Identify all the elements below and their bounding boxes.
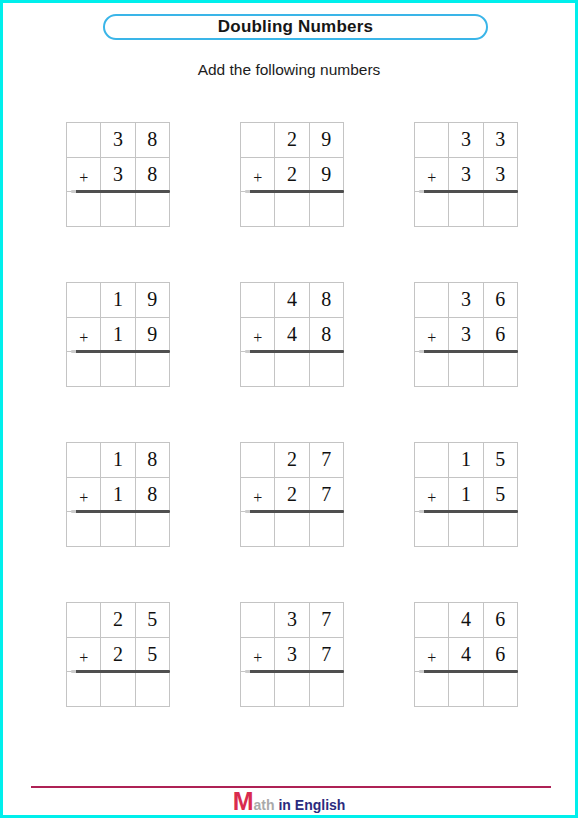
addend2-ones-cell: 3 [484, 158, 518, 193]
empty-cell [67, 123, 101, 158]
addend2-tens-cell: 1 [101, 478, 135, 513]
problems-grid: 3 8 + 3 8 2 9 + 2 9 3 3 + 3 3 1 9 + [66, 122, 518, 708]
answer-ones-cell [310, 352, 344, 387]
addition-line [71, 190, 170, 193]
addition-problem: 3 6 + 3 6 [414, 282, 518, 387]
addend1-ones-cell: 8 [136, 123, 170, 158]
addend1-tens-cell: 3 [449, 123, 483, 158]
addend2-tens-cell: 3 [449, 158, 483, 193]
worksheet-page: { "game": "doubling-numbers-addition-wor… [0, 0, 578, 818]
addition-problem: 3 8 + 3 8 [66, 122, 170, 227]
addition-problem: 4 8 + 4 8 [240, 282, 344, 387]
empty-cell [415, 443, 449, 478]
answer-hundreds-cell [415, 672, 449, 707]
answer-ones-cell [136, 672, 170, 707]
addend1-tens-cell: 3 [275, 603, 309, 638]
plus-sign: + [415, 318, 449, 353]
plus-sign: + [415, 478, 449, 513]
answer-hundreds-cell [67, 352, 101, 387]
addend2-tens-cell: 1 [101, 318, 135, 353]
addition-line [71, 670, 170, 673]
answer-hundreds-cell [415, 352, 449, 387]
addend1-tens-cell: 4 [275, 283, 309, 318]
addend1-ones-cell: 9 [136, 283, 170, 318]
answer-hundreds-cell [241, 352, 275, 387]
addend1-tens-cell: 1 [101, 443, 135, 478]
addition-problem: 3 3 + 3 3 [414, 122, 518, 227]
addend2-tens-cell: 4 [275, 318, 309, 353]
addition-line [245, 190, 344, 193]
addition-line [71, 510, 170, 513]
empty-cell [67, 443, 101, 478]
addend1-tens-cell: 1 [101, 283, 135, 318]
addend2-tens-cell: 3 [275, 638, 309, 673]
addend2-tens-cell: 1 [449, 478, 483, 513]
answer-tens-cell [449, 192, 483, 227]
addition-line [245, 510, 344, 513]
logo-letter-m: M [233, 787, 254, 816]
answer-tens-cell [449, 512, 483, 547]
addend1-ones-cell: 3 [484, 123, 518, 158]
addition-problem: 2 7 + 2 7 [240, 442, 344, 547]
addend1-ones-cell: 5 [484, 443, 518, 478]
addend2-ones-cell: 7 [310, 638, 344, 673]
addend1-ones-cell: 6 [484, 603, 518, 638]
plus-sign: + [241, 478, 275, 513]
answer-hundreds-cell [415, 192, 449, 227]
answer-ones-cell [484, 352, 518, 387]
addend1-tens-cell: 2 [275, 123, 309, 158]
empty-cell [67, 283, 101, 318]
addition-problem: 1 9 + 1 9 [66, 282, 170, 387]
plus-sign: + [67, 318, 101, 353]
answer-tens-cell [275, 352, 309, 387]
empty-cell [67, 603, 101, 638]
addend1-tens-cell: 1 [449, 443, 483, 478]
addend1-ones-cell: 8 [310, 283, 344, 318]
answer-hundreds-cell [415, 512, 449, 547]
addend2-ones-cell: 8 [310, 318, 344, 353]
addend1-ones-cell: 7 [310, 603, 344, 638]
addend1-tens-cell: 2 [101, 603, 135, 638]
addition-line [245, 670, 344, 673]
addend2-ones-cell: 8 [136, 158, 170, 193]
addend1-ones-cell: 9 [310, 123, 344, 158]
plus-sign: + [67, 478, 101, 513]
answer-ones-cell [136, 352, 170, 387]
answer-tens-cell [101, 192, 135, 227]
addend2-ones-cell: 6 [484, 638, 518, 673]
answer-ones-cell [136, 192, 170, 227]
addition-line [71, 350, 170, 353]
addend2-tens-cell: 3 [449, 318, 483, 353]
answer-hundreds-cell [241, 672, 275, 707]
answer-ones-cell [310, 672, 344, 707]
answer-ones-cell [484, 672, 518, 707]
answer-tens-cell [101, 352, 135, 387]
addend2-ones-cell: 9 [310, 158, 344, 193]
plus-sign: + [67, 638, 101, 673]
addend1-tens-cell: 4 [449, 603, 483, 638]
answer-tens-cell [101, 672, 135, 707]
plus-sign: + [67, 158, 101, 193]
logo-in-english: in English [278, 797, 345, 813]
math-in-english-logo: Mathin English [3, 787, 575, 816]
empty-cell [415, 283, 449, 318]
addend1-tens-cell: 3 [449, 283, 483, 318]
addition-line [419, 350, 518, 353]
addition-line [419, 190, 518, 193]
addend1-ones-cell: 5 [136, 603, 170, 638]
addend2-ones-cell: 6 [484, 318, 518, 353]
answer-tens-cell [449, 672, 483, 707]
addition-problem: 4 6 + 4 6 [414, 602, 518, 707]
addition-line [245, 350, 344, 353]
instruction-text: Add the following numbers [3, 61, 575, 79]
empty-cell [241, 443, 275, 478]
plus-sign: + [241, 638, 275, 673]
addend1-ones-cell: 7 [310, 443, 344, 478]
addend1-ones-cell: 6 [484, 283, 518, 318]
addend2-tens-cell: 3 [101, 158, 135, 193]
addend2-ones-cell: 9 [136, 318, 170, 353]
answer-ones-cell [484, 192, 518, 227]
answer-tens-cell [275, 512, 309, 547]
addend1-tens-cell: 2 [275, 443, 309, 478]
addition-problem: 1 8 + 1 8 [66, 442, 170, 547]
answer-tens-cell [275, 192, 309, 227]
addition-problem: 2 9 + 2 9 [240, 122, 344, 227]
addend2-tens-cell: 2 [275, 158, 309, 193]
addend2-ones-cell: 5 [136, 638, 170, 673]
answer-hundreds-cell [67, 512, 101, 547]
answer-ones-cell [310, 512, 344, 547]
answer-hundreds-cell [67, 672, 101, 707]
logo-ath: ath [253, 797, 274, 813]
answer-hundreds-cell [241, 512, 275, 547]
addition-problem: 3 7 + 3 7 [240, 602, 344, 707]
addend2-tens-cell: 2 [275, 478, 309, 513]
addend2-ones-cell: 5 [484, 478, 518, 513]
answer-tens-cell [449, 352, 483, 387]
addition-line [419, 670, 518, 673]
plus-sign: + [241, 158, 275, 193]
addend2-tens-cell: 4 [449, 638, 483, 673]
addition-line [419, 510, 518, 513]
answer-tens-cell [275, 672, 309, 707]
empty-cell [241, 283, 275, 318]
empty-cell [241, 603, 275, 638]
plus-sign: + [241, 318, 275, 353]
answer-ones-cell [484, 512, 518, 547]
answer-hundreds-cell [241, 192, 275, 227]
answer-ones-cell [310, 192, 344, 227]
answer-hundreds-cell [67, 192, 101, 227]
plus-sign: + [415, 638, 449, 673]
empty-cell [415, 123, 449, 158]
answer-ones-cell [136, 512, 170, 547]
page-title: Doubling Numbers [218, 17, 373, 37]
addition-problem: 2 5 + 2 5 [66, 602, 170, 707]
answer-tens-cell [101, 512, 135, 547]
addend1-tens-cell: 3 [101, 123, 135, 158]
title-box: Doubling Numbers [103, 14, 488, 40]
addend2-ones-cell: 7 [310, 478, 344, 513]
addend2-ones-cell: 8 [136, 478, 170, 513]
addition-problem: 1 5 + 1 5 [414, 442, 518, 547]
empty-cell [241, 123, 275, 158]
empty-cell [415, 603, 449, 638]
addend2-tens-cell: 2 [101, 638, 135, 673]
addend1-ones-cell: 8 [136, 443, 170, 478]
plus-sign: + [415, 158, 449, 193]
